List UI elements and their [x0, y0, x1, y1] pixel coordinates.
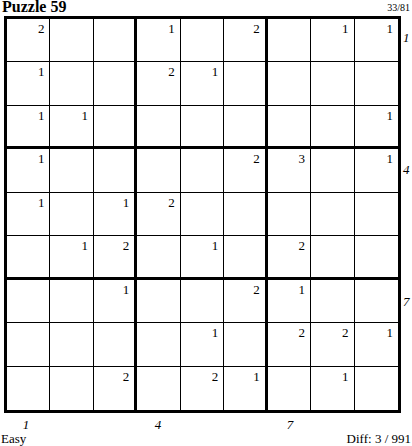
cell-r8c8[interactable]: 2: [311, 323, 354, 366]
cell-r6c3[interactable]: 2: [94, 236, 137, 279]
cell-r4c6[interactable]: 2: [224, 149, 267, 192]
cell-r6c2[interactable]: 1: [50, 236, 93, 279]
cell-r1c1[interactable]: 2: [7, 19, 50, 62]
cell-r5c7[interactable]: [268, 193, 311, 236]
cell-r6c5[interactable]: 1: [181, 236, 224, 279]
cell-r9c7[interactable]: [268, 367, 311, 410]
cell-r2c4[interactable]: 2: [137, 62, 180, 105]
cell-r8c3[interactable]: [94, 323, 137, 366]
cell-r9c2[interactable]: [50, 367, 93, 410]
cell-r7c2[interactable]: [50, 280, 93, 323]
cell-r9c6[interactable]: 1: [224, 367, 267, 410]
cell-r9c9[interactable]: [355, 367, 398, 410]
col-label-4: 4: [146, 417, 170, 431]
cell-r8c7[interactable]: 2: [268, 323, 311, 366]
cell-r3c4[interactable]: [137, 106, 180, 149]
cell-r6c1[interactable]: [7, 236, 50, 279]
row-label-1: 1: [403, 30, 412, 44]
col-label-7: 7: [278, 417, 302, 431]
cell-r4c3[interactable]: [94, 149, 137, 192]
puzzle-page: Puzzle 59 33/81 212111211111231112121212…: [0, 0, 412, 446]
page-title: Puzzle 59: [2, 0, 66, 16]
givens-ratio: 33/81: [387, 2, 410, 13]
cell-r7c9[interactable]: [355, 280, 398, 323]
cell-r2c3[interactable]: [94, 62, 137, 105]
cell-r6c4[interactable]: [137, 236, 180, 279]
col-label-1: 1: [14, 417, 38, 431]
cell-r8c9[interactable]: 1: [355, 323, 398, 366]
row-label-7: 7: [403, 294, 412, 308]
cell-r9c1[interactable]: [7, 367, 50, 410]
cell-r4c1[interactable]: 1: [7, 149, 50, 192]
cell-r7c3[interactable]: 1: [94, 280, 137, 323]
cell-r5c6[interactable]: [224, 193, 267, 236]
cell-r2c9[interactable]: [355, 62, 398, 105]
cell-r1c6[interactable]: 2: [224, 19, 267, 62]
cell-r6c8[interactable]: [311, 236, 354, 279]
cell-r5c4[interactable]: 2: [137, 193, 180, 236]
cell-r4c2[interactable]: [50, 149, 93, 192]
difficulty-label: Easy: [1, 431, 26, 446]
sudoku-board: 212111211111231112121212112212211: [4, 16, 401, 413]
cell-r1c7[interactable]: [268, 19, 311, 62]
cell-r5c2[interactable]: [50, 193, 93, 236]
cell-r3c1[interactable]: 1: [7, 106, 50, 149]
cell-r1c5[interactable]: [181, 19, 224, 62]
cell-r5c9[interactable]: [355, 193, 398, 236]
cell-r7c7[interactable]: 1: [268, 280, 311, 323]
cell-r5c3[interactable]: 1: [94, 193, 137, 236]
cell-r8c2[interactable]: [50, 323, 93, 366]
cell-r8c1[interactable]: [7, 323, 50, 366]
cell-r8c4[interactable]: [137, 323, 180, 366]
cell-r7c8[interactable]: [311, 280, 354, 323]
cell-r4c9[interactable]: 1: [355, 149, 398, 192]
cell-r3c2[interactable]: 1: [50, 106, 93, 149]
cell-r2c6[interactable]: [224, 62, 267, 105]
cell-r2c2[interactable]: [50, 62, 93, 105]
cell-r4c7[interactable]: 3: [268, 149, 311, 192]
cell-r5c8[interactable]: [311, 193, 354, 236]
cell-r6c7[interactable]: 2: [268, 236, 311, 279]
cell-r7c6[interactable]: 2: [224, 280, 267, 323]
cell-r2c8[interactable]: [311, 62, 354, 105]
row-label-4: 4: [403, 162, 412, 176]
cell-r2c5[interactable]: 1: [181, 62, 224, 105]
cell-r3c6[interactable]: [224, 106, 267, 149]
cell-r5c1[interactable]: 1: [7, 193, 50, 236]
cell-r3c7[interactable]: [268, 106, 311, 149]
cell-r9c4[interactable]: [137, 367, 180, 410]
cell-r9c3[interactable]: 2: [94, 367, 137, 410]
cell-r4c5[interactable]: [181, 149, 224, 192]
cell-r8c6[interactable]: [224, 323, 267, 366]
cell-r1c4[interactable]: 1: [137, 19, 180, 62]
cell-r7c5[interactable]: [181, 280, 224, 323]
cell-r8c5[interactable]: 1: [181, 323, 224, 366]
cell-r1c3[interactable]: [94, 19, 137, 62]
cell-r4c4[interactable]: [137, 149, 180, 192]
cell-r1c9[interactable]: 1: [355, 19, 398, 62]
cell-r6c6[interactable]: [224, 236, 267, 279]
cell-r2c1[interactable]: 1: [7, 62, 50, 105]
cell-r1c2[interactable]: [50, 19, 93, 62]
cell-r3c9[interactable]: 1: [355, 106, 398, 149]
cell-r9c5[interactable]: 2: [181, 367, 224, 410]
difficulty-score: Diff: 3 / 991: [347, 431, 411, 446]
cell-r5c5[interactable]: [181, 193, 224, 236]
cell-r2c7[interactable]: [268, 62, 311, 105]
cell-r7c4[interactable]: [137, 280, 180, 323]
cell-r1c8[interactable]: 1: [311, 19, 354, 62]
cell-r4c8[interactable]: [311, 149, 354, 192]
cell-r3c8[interactable]: [311, 106, 354, 149]
cell-r9c8[interactable]: 1: [311, 367, 354, 410]
cell-r6c9[interactable]: [355, 236, 398, 279]
cell-r7c1[interactable]: [7, 280, 50, 323]
cell-r3c3[interactable]: [94, 106, 137, 149]
cell-r3c5[interactable]: [181, 106, 224, 149]
